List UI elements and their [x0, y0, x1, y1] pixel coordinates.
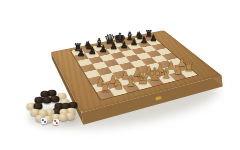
chess-set-photo: ♜♞♝♛♚♝♞♜♟♟♟♟♟♟♟♟♟♟♟♟♟♟♟♟♜♞♝♛♚♝♞♜	[0, 0, 240, 150]
